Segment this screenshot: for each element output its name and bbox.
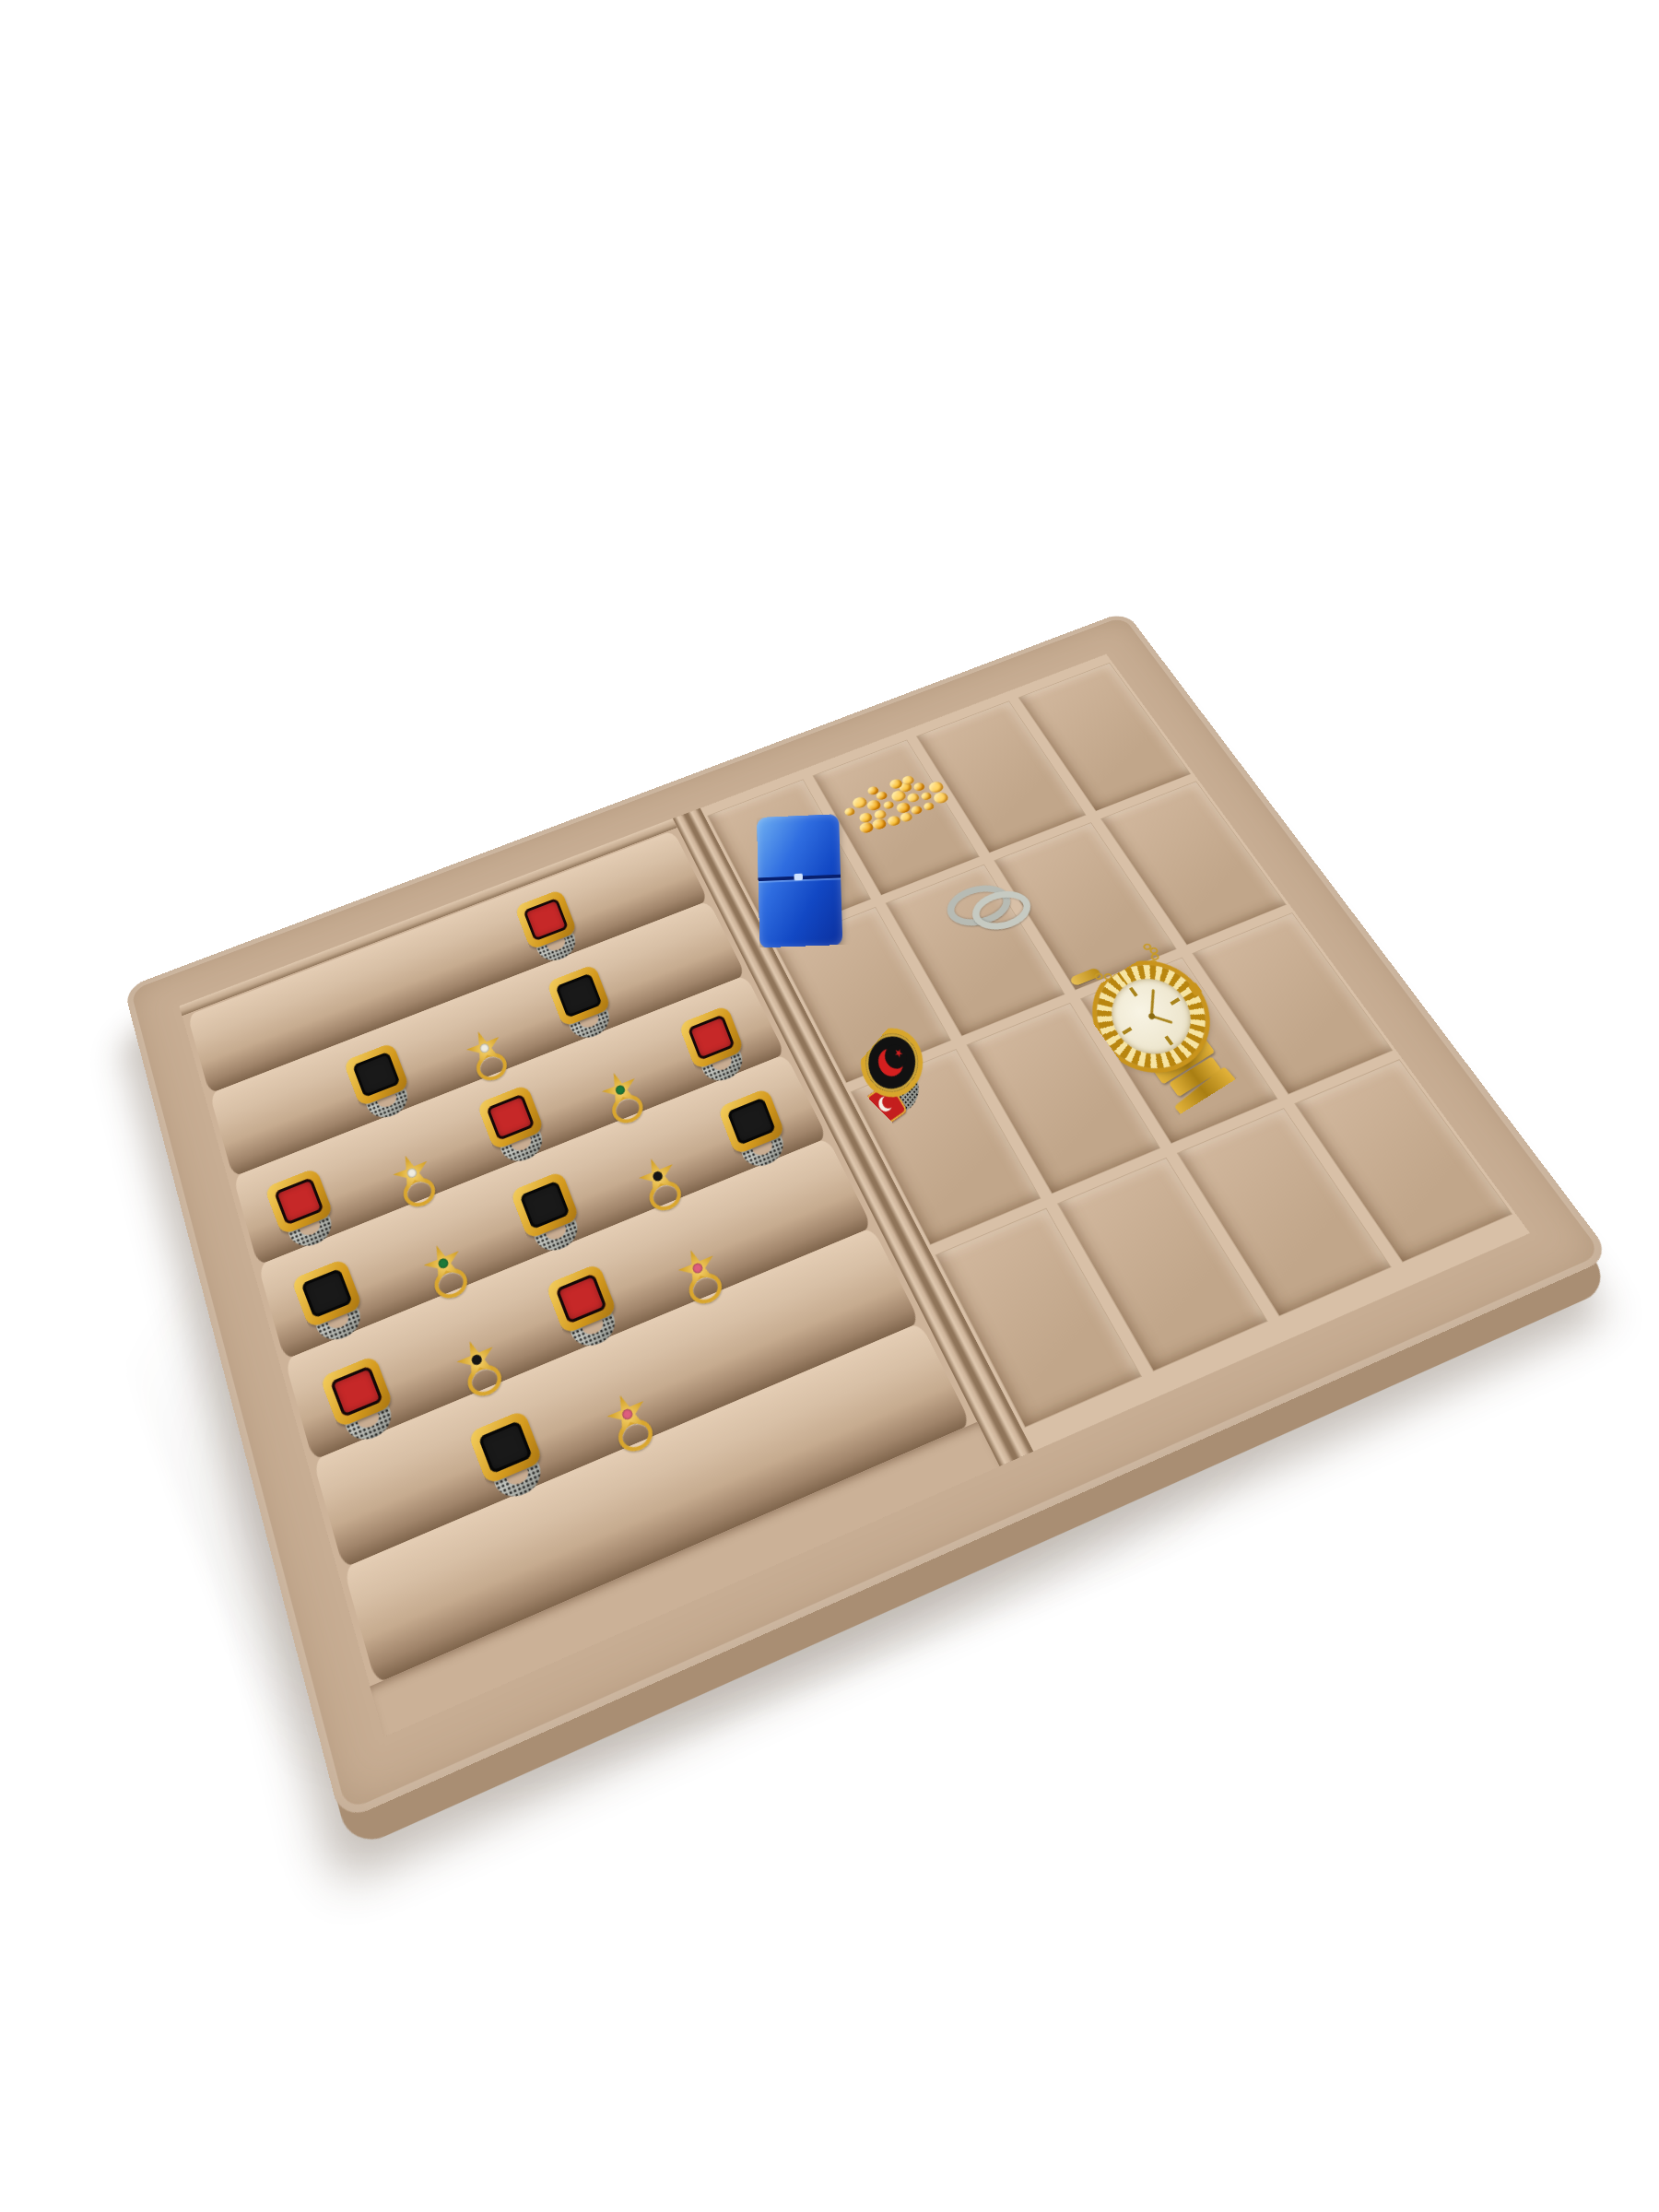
grid-cell-r4c3 [1178, 1109, 1391, 1315]
signet-stone [274, 1177, 324, 1225]
grid-cell-r4c4 [1296, 1060, 1512, 1262]
watch-marker [1170, 997, 1180, 1006]
blue-lighter [757, 814, 842, 949]
signet-stone [727, 1098, 776, 1146]
signet-stone [486, 1094, 535, 1141]
signet-stone [555, 1273, 607, 1324]
gold-watch [1075, 944, 1263, 1133]
signet-stone [555, 973, 602, 1018]
photo-stage [0, 0, 1659, 2212]
signet-stone [523, 898, 569, 941]
watch-marker [1164, 1036, 1173, 1046]
signet-stone [352, 1052, 400, 1098]
signet-stone [688, 1014, 735, 1060]
signet-stone [330, 1365, 383, 1418]
signet-stone [478, 1420, 533, 1474]
watch-marker [1129, 987, 1138, 997]
signet-ring-black [510, 1170, 593, 1268]
watch-dial [1096, 965, 1206, 1068]
flag-crescent-white [876, 1094, 894, 1114]
signet-stone [520, 1181, 571, 1230]
lighter-hinge [794, 873, 804, 880]
signet-stone [300, 1268, 352, 1318]
flag-crescent-red [873, 1043, 908, 1082]
watch-marker [1122, 1027, 1132, 1035]
watch-center-pin [1147, 1012, 1156, 1020]
star-ring-white [461, 1025, 516, 1090]
